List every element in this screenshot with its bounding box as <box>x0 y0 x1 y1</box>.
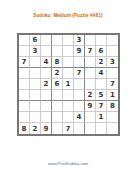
cell-r8c9[interactable] <box>107 112 118 123</box>
cell-r7c2[interactable] <box>30 101 41 112</box>
cell-r1c6[interactable]: 3 <box>74 35 85 46</box>
cell-r5c9[interactable]: 7 <box>107 79 118 90</box>
cell-r2c5[interactable] <box>63 46 74 57</box>
cell-r9c8[interactable] <box>96 123 107 134</box>
cell-r6c8[interactable]: 5 <box>96 90 107 101</box>
cell-r4c9[interactable] <box>107 68 118 79</box>
cell-r5c7[interactable] <box>85 79 96 90</box>
cell-r3c4[interactable]: 8 <box>52 57 63 68</box>
cell-r7c5[interactable] <box>63 101 74 112</box>
cell-r7c8[interactable]: 7 <box>96 101 107 112</box>
cell-r4c1[interactable] <box>19 68 30 79</box>
cell-r6c1[interactable] <box>19 90 30 101</box>
cell-r3c3[interactable]: 4 <box>41 57 52 68</box>
cell-r5c3[interactable]: 2 <box>41 79 52 90</box>
cell-r6c6[interactable] <box>74 90 85 101</box>
cell-r2c8[interactable]: 6 <box>96 46 107 57</box>
cell-r4c8[interactable]: 4 <box>96 68 107 79</box>
cell-r3c2[interactable] <box>30 57 41 68</box>
cell-r8c3[interactable] <box>41 112 52 123</box>
cell-r1c4[interactable] <box>52 35 63 46</box>
cell-r3c9[interactable]: 3 <box>107 57 118 68</box>
cell-r1c9[interactable] <box>107 35 118 46</box>
cell-r4c3[interactable] <box>41 68 52 79</box>
cell-r9c2[interactable]: 2 <box>30 123 41 134</box>
cell-r9c3[interactable]: 9 <box>41 123 52 134</box>
cell-r1c5[interactable] <box>63 35 74 46</box>
cell-r6c5[interactable] <box>63 90 74 101</box>
cell-r7c6[interactable] <box>74 101 85 112</box>
cell-r2c3[interactable] <box>41 46 52 57</box>
cell-r1c8[interactable] <box>96 35 107 46</box>
cell-r1c3[interactable] <box>41 35 52 46</box>
cell-r7c1[interactable] <box>19 101 30 112</box>
cell-r8c6[interactable]: 4 <box>74 112 85 123</box>
cell-r3c6[interactable] <box>74 57 85 68</box>
cell-r6c2[interactable] <box>30 90 41 101</box>
cell-r1c2[interactable]: 6 <box>30 35 41 46</box>
cell-r2c7[interactable]: 7 <box>85 46 96 57</box>
cell-r2c4[interactable] <box>52 46 63 57</box>
cell-r4c2[interactable] <box>30 68 41 79</box>
cell-r7c3[interactable] <box>41 101 52 112</box>
cell-r3c1[interactable]: 7 <box>19 57 30 68</box>
cell-r5c5[interactable]: 1 <box>63 79 74 90</box>
cell-r3c7[interactable] <box>85 57 96 68</box>
cell-r2c1[interactable] <box>19 46 30 57</box>
cell-r9c4[interactable] <box>52 123 63 134</box>
cell-r8c7[interactable] <box>85 112 96 123</box>
cell-r2c2[interactable]: 3 <box>30 46 41 57</box>
cell-r4c7[interactable] <box>85 68 96 79</box>
cell-r8c1[interactable] <box>19 112 30 123</box>
cell-r5c8[interactable] <box>96 79 107 90</box>
cell-r8c4[interactable] <box>52 112 63 123</box>
cell-r3c5[interactable] <box>63 57 74 68</box>
cell-r3c8[interactable]: 2 <box>96 57 107 68</box>
cell-r9c9[interactable] <box>107 123 118 134</box>
cell-r6c7[interactable]: 2 <box>85 90 96 101</box>
cell-r6c3[interactable] <box>41 90 52 101</box>
cell-r6c4[interactable] <box>52 90 63 101</box>
cell-r9c6[interactable] <box>74 123 85 134</box>
cell-r5c2[interactable] <box>30 79 41 90</box>
cell-r9c1[interactable]: 8 <box>19 123 30 134</box>
cell-r6c9[interactable]: 1 <box>107 90 118 101</box>
cell-r5c1[interactable] <box>19 79 30 90</box>
cell-r8c5[interactable] <box>63 112 74 123</box>
page-title: Sudoku: Medium (Puzzle #A61) <box>0 13 136 18</box>
cell-r4c4[interactable]: 2 <box>52 68 63 79</box>
cell-r5c6[interactable] <box>74 79 85 90</box>
cell-r8c8[interactable]: 1 <box>96 112 107 123</box>
sudoku-board: 633976748232742617251978418297 <box>17 33 120 136</box>
cell-r2c6[interactable]: 9 <box>74 46 85 57</box>
cell-r1c7[interactable] <box>85 35 96 46</box>
footer-url-link: www.PrintSudoku.com <box>0 161 136 166</box>
cell-r5c4[interactable]: 6 <box>52 79 63 90</box>
cell-r4c6[interactable]: 7 <box>74 68 85 79</box>
cell-r7c7[interactable]: 9 <box>85 101 96 112</box>
cell-r4c5[interactable] <box>63 68 74 79</box>
cell-r9c7[interactable] <box>85 123 96 134</box>
cell-r1c1[interactable] <box>19 35 30 46</box>
cell-r7c9[interactable]: 8 <box>107 101 118 112</box>
cell-r2c9[interactable] <box>107 46 118 57</box>
cell-r8c2[interactable] <box>30 112 41 123</box>
cell-r9c5[interactable]: 7 <box>63 123 74 134</box>
cell-r7c4[interactable] <box>52 101 63 112</box>
